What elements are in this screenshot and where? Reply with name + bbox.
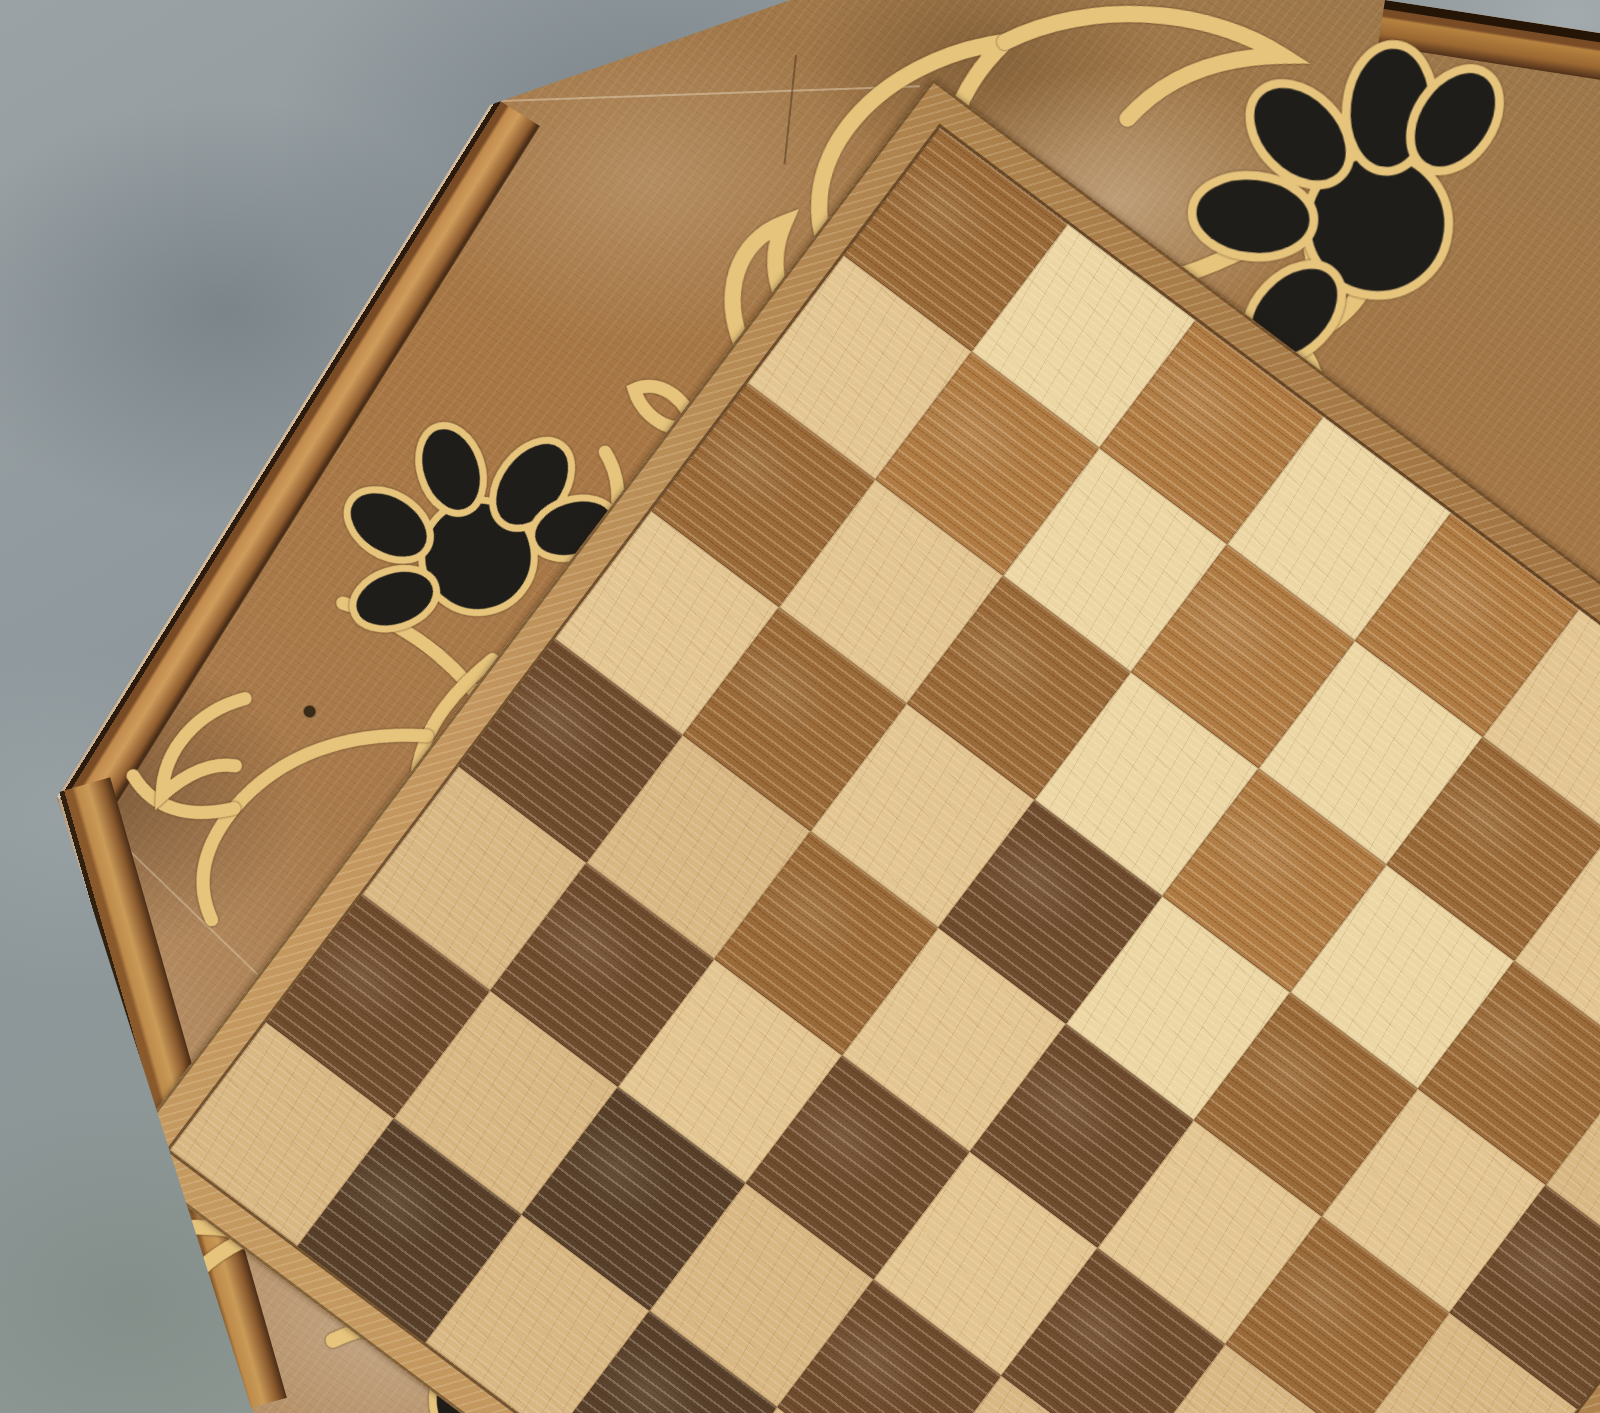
photo-canvas (0, 0, 1600, 1413)
